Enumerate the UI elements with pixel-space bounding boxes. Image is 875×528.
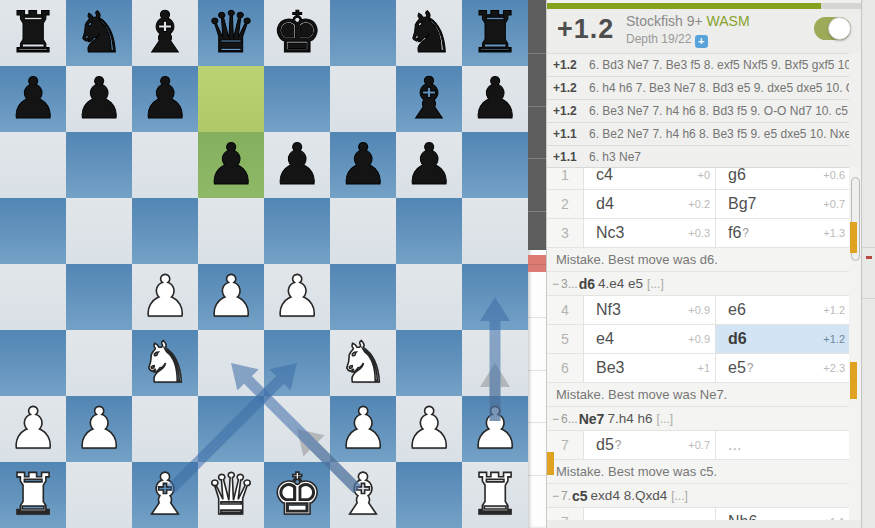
white-bishop-piece[interactable]: ♝: [330, 462, 396, 528]
square-e8[interactable]: ♚: [264, 0, 330, 66]
black-pawn-piece[interactable]: ♟: [396, 132, 462, 198]
move-number: 1: [547, 167, 584, 189]
square-f2[interactable]: ♟: [330, 396, 396, 462]
black-move-d6[interactable]: d6+1.2: [716, 325, 849, 353]
black-rook-piece[interactable]: ♜: [0, 0, 66, 66]
white-knight-piece[interactable]: ♞: [132, 330, 198, 396]
panel-bottom-strip: [547, 520, 862, 528]
square-d6[interactable]: ♟: [198, 132, 264, 198]
analysis-panel: +1.2 Stockfish 9+ WASM Depth 19/22 + +1.…: [546, 0, 862, 528]
mistake-marker: [850, 362, 857, 399]
square-d1[interactable]: ♛: [198, 462, 264, 528]
square-g2[interactable]: ♟: [396, 396, 462, 462]
square-f4[interactable]: [330, 264, 396, 330]
black-pawn-piece[interactable]: ♟: [198, 132, 264, 198]
white-pawn-piece[interactable]: ♟: [330, 396, 396, 462]
black-move-e6[interactable]: e6+1.2: [716, 296, 849, 324]
pv-eval: +1.1: [547, 150, 583, 164]
white-move-d4[interactable]: d4+0.2: [584, 190, 716, 218]
white-pawn-piece[interactable]: ♟: [462, 396, 528, 462]
square-c2[interactable]: [132, 396, 198, 462]
square-b5[interactable]: [66, 198, 132, 264]
black-move-f6[interactable]: f6?+1.3: [716, 219, 849, 247]
white-pawn-piece[interactable]: ♟: [132, 264, 198, 330]
square-f5[interactable]: [330, 198, 396, 264]
square-d4[interactable]: ♟: [198, 264, 264, 330]
square-g8[interactable]: ♞: [396, 0, 462, 66]
square-a6[interactable]: [0, 132, 66, 198]
white-pawn-piece[interactable]: ♟: [264, 264, 330, 330]
square-h2[interactable]: ♟: [462, 396, 528, 462]
black-pawn-piece[interactable]: ♟: [330, 132, 396, 198]
square-a1[interactable]: ♜: [0, 462, 66, 528]
black-king-piece[interactable]: ♚: [264, 0, 330, 66]
white-pawn-piece[interactable]: ♟: [0, 396, 66, 462]
square-h8[interactable]: ♜: [462, 0, 528, 66]
move-number: 6: [547, 354, 584, 382]
engine-toggle[interactable]: [814, 17, 851, 40]
black-pawn-piece[interactable]: ♟: [132, 66, 198, 132]
engine-depth-text: Depth 19/22: [626, 32, 691, 46]
square-a8[interactable]: ♜: [0, 0, 66, 66]
square-g3[interactable]: [396, 330, 462, 396]
square-h3[interactable]: [462, 330, 528, 396]
move-row: 2d4+0.2Bg7+0.7: [547, 190, 849, 219]
square-b4[interactable]: [66, 264, 132, 330]
square-c7[interactable]: ♟: [132, 66, 198, 132]
white-king-piece[interactable]: ♚: [264, 462, 330, 528]
square-b1[interactable]: [66, 462, 132, 528]
pv-eval: +1.2: [547, 104, 583, 118]
square-c3[interactable]: ♞: [132, 330, 198, 396]
black-pawn-piece[interactable]: ♟: [462, 66, 528, 132]
engine-name: Stockfish 9+ WASM: [626, 13, 750, 29]
white-move-c4[interactable]: c4+0: [584, 167, 716, 189]
mistake-comment: Mistake. Best move was Ne7.: [547, 383, 849, 407]
chess-board[interactable]: ♜♞♝♛♚♞♜♟♟♟♝♟♟♟♟♟♟♟♟♞♞♟♟♟♟♟♜♝♛♚♝♜: [0, 0, 528, 528]
square-c6[interactable]: [132, 132, 198, 198]
pv-eval: +1.2: [547, 58, 583, 72]
square-a5[interactable]: [0, 198, 66, 264]
black-rook-piece[interactable]: ♜: [462, 0, 528, 66]
pv-line-2[interactable]: +1.26. h4 h6 7. Be3 Ne7 8. Bd3 e5 9. dxe…: [547, 76, 849, 99]
square-c5[interactable]: [132, 198, 198, 264]
square-a7[interactable]: ♟: [0, 66, 66, 132]
square-b8[interactable]: ♞: [66, 0, 132, 66]
eval-bar-black-portion: [528, 0, 546, 250]
move-list[interactable]: 1c4+0g6+0.62d4+0.2Bg7+0.73Nc3+0.3f6?+1.3…: [547, 167, 849, 521]
move-number: 2: [547, 190, 584, 218]
white-move-Be3[interactable]: Be3+1: [584, 354, 716, 382]
pv-moves: 6. Be2 Ne7 7. h4 h6 8. Be3 f5 9. e5 dxe5…: [583, 127, 849, 141]
move-number: 5: [547, 325, 584, 353]
pv-eval: +1.2: [547, 81, 583, 95]
move-row: 3Nc3+0.3f6?+1.3: [547, 219, 849, 248]
square-b3[interactable]: [66, 330, 132, 396]
square-d8[interactable]: ♛: [198, 0, 264, 66]
square-e4[interactable]: ♟: [264, 264, 330, 330]
go-deeper-icon[interactable]: +: [695, 35, 708, 48]
square-c8[interactable]: ♝: [132, 0, 198, 66]
square-b7[interactable]: ♟: [66, 66, 132, 132]
white-move-e4[interactable]: e4+0.9: [584, 325, 716, 353]
black-move-Bg7[interactable]: Bg7+0.7: [716, 190, 849, 218]
white-move-Nc3[interactable]: Nc3+0.3: [584, 219, 716, 247]
eval-bar: [528, 0, 547, 528]
square-d7[interactable]: [198, 66, 264, 132]
square-h7[interactable]: ♟: [462, 66, 528, 132]
move-row: 6Be3+1e5?+2.3: [547, 354, 849, 383]
square-f7[interactable]: [330, 66, 396, 132]
white-bishop-piece[interactable]: ♝: [132, 462, 198, 528]
pv-line-4[interactable]: +1.16. Be2 Ne7 7. h4 h6 8. Be3 f5 9. e5 …: [547, 122, 849, 145]
pv-eval: +1.1: [547, 127, 583, 141]
mistake-marker: [850, 222, 857, 253]
pv-line-1[interactable]: +1.26. Bd3 Ne7 7. Be3 f5 8. exf5 Nxf5 9.…: [547, 53, 849, 76]
black-move-e5[interactable]: e5?+2.3: [716, 354, 849, 382]
pv-moves: 6. Be3 Ne7 7. h4 h6 8. Bd3 f5 9. O-O Nd7…: [583, 104, 849, 118]
square-d3[interactable]: [198, 330, 264, 396]
pv-list: +1.26. Bd3 Ne7 7. Be3 f5 8. exf5 Nxf5 9.…: [547, 53, 849, 168]
square-g1[interactable]: [396, 462, 462, 528]
pv-line-5[interactable]: +1.16. h3 Ne7: [547, 145, 849, 168]
variation-line[interactable]: −6...Ne77.h4 h6[...]: [547, 407, 849, 431]
square-f6[interactable]: ♟: [330, 132, 396, 198]
black-queen-piece[interactable]: ♛: [198, 0, 264, 66]
engine-toggle-knob: [828, 17, 851, 40]
mistake-comment: Mistake. Best move was c5.: [547, 460, 849, 484]
variation-line[interactable]: −3...d64.e4 e5[...]: [547, 272, 849, 296]
right-edge-strip: [861, 0, 875, 528]
white-pawn-piece[interactable]: ♟: [396, 396, 462, 462]
square-b6[interactable]: [66, 132, 132, 198]
black-pawn-piece[interactable]: ♟: [264, 132, 330, 198]
engine-eval: +1.2: [557, 14, 614, 45]
variation-line[interactable]: −7.c5exd4 8.Qxd4[...]: [547, 484, 849, 508]
black-bishop-piece[interactable]: ♝: [396, 66, 462, 132]
square-c1[interactable]: ♝: [132, 462, 198, 528]
white-rook-piece[interactable]: ♜: [462, 462, 528, 528]
pv-moves: 6. Bd3 Ne7 7. Be3 f5 8. exf5 Nxf5 9. Bxf…: [583, 58, 849, 72]
square-f8[interactable]: [330, 0, 396, 66]
black-knight-piece[interactable]: ♞: [66, 0, 132, 66]
square-d2[interactable]: [198, 396, 264, 462]
square-d5[interactable]: [198, 198, 264, 264]
square-h6[interactable]: [462, 132, 528, 198]
pv-line-3[interactable]: +1.26. Be3 Ne7 7. h4 h6 8. Bd3 f5 9. O-O…: [547, 99, 849, 122]
square-e6[interactable]: ♟: [264, 132, 330, 198]
square-h1[interactable]: ♜: [462, 462, 528, 528]
square-c4[interactable]: ♟: [132, 264, 198, 330]
move-number: 3: [547, 219, 584, 247]
square-a2[interactable]: ♟: [0, 396, 66, 462]
move-number: 4: [547, 296, 584, 324]
engine-depth: Depth 19/22 +: [626, 32, 708, 48]
white-move-d5[interactable]: d5?+0.7: [584, 431, 716, 459]
pv-moves: 6. h3 Ne7: [583, 150, 641, 164]
square-g5[interactable]: [396, 198, 462, 264]
engine-name-text: Stockfish 9+: [626, 13, 703, 29]
black-move-...[interactable]: ...: [716, 431, 849, 459]
square-g6[interactable]: ♟: [396, 132, 462, 198]
pv-moves: 6. h4 h6 7. Be3 Ne7 8. Bd3 e5 9. dxe5 dx…: [583, 81, 849, 95]
black-pawn-piece[interactable]: ♟: [66, 66, 132, 132]
move-row: 7d5?+0.7...: [547, 431, 849, 460]
white-queen-piece[interactable]: ♛: [198, 462, 264, 528]
black-pawn-piece[interactable]: ♟: [0, 66, 66, 132]
engine-tech-label: WASM: [707, 13, 750, 29]
square-f3[interactable]: ♞: [330, 330, 396, 396]
move-row: 4Nf3+0.9e6+1.2: [547, 296, 849, 325]
square-e2[interactable]: [264, 396, 330, 462]
white-rook-piece[interactable]: ♜: [0, 462, 66, 528]
square-e1[interactable]: ♚: [264, 462, 330, 528]
square-e3[interactable]: [264, 330, 330, 396]
square-a3[interactable]: [0, 330, 66, 396]
square-f1[interactable]: ♝: [330, 462, 396, 528]
mistake-comment: Mistake. Best move was d6.: [547, 248, 849, 272]
engine-header: +1.2 Stockfish 9+ WASM Depth 19/22 +: [547, 9, 861, 53]
square-e5[interactable]: [264, 198, 330, 264]
black-knight-piece[interactable]: ♞: [396, 0, 462, 66]
move-row: 1c4+0g6+0.6: [547, 167, 849, 190]
white-move-Nf3[interactable]: Nf3+0.9: [584, 296, 716, 324]
square-g4[interactable]: [396, 264, 462, 330]
mistake-marker: [547, 452, 554, 475]
eval-graph-red-tick: [866, 256, 872, 259]
black-move-g6[interactable]: g6+0.6: [716, 167, 849, 189]
square-a4[interactable]: [0, 264, 66, 330]
square-e7[interactable]: [264, 66, 330, 132]
square-h4[interactable]: [462, 264, 528, 330]
white-pawn-piece[interactable]: ♟: [66, 396, 132, 462]
black-bishop-piece[interactable]: ♝: [132, 0, 198, 66]
square-b2[interactable]: ♟: [66, 396, 132, 462]
square-g7[interactable]: ♝: [396, 66, 462, 132]
move-row: 5e4+0.9d6+1.2: [547, 325, 849, 354]
white-knight-piece[interactable]: ♞: [330, 330, 396, 396]
white-pawn-piece[interactable]: ♟: [198, 264, 264, 330]
square-h5[interactable]: [462, 198, 528, 264]
